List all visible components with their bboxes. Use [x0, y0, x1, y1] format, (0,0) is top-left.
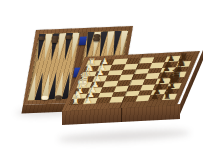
chess-piece-bp: ♟ [151, 93, 158, 101]
chess-floor-shadow [58, 128, 190, 145]
chess-square: ♜ [161, 94, 177, 100]
chess-piece-br: ♜ [164, 92, 172, 101]
light-checker [42, 95, 48, 99]
dark-checker [39, 36, 45, 40]
dark-checker [66, 35, 72, 39]
blue-felt-pad-far [78, 36, 86, 45]
chess-piece-wp: ♟ [85, 97, 92, 105]
chess-piece-wr: ♜ [71, 97, 79, 106]
dark-checker [55, 95, 61, 99]
box-fold-seam-front [121, 107, 122, 122]
chess-board: ♜♟♟♜♞♟♟♞♝♟♟♝♛♟♟♛♚♟♟♚♝♟♟♝♞♟♟♞♜♟♟♜ [62, 51, 200, 111]
product-photo-stage: ♜♟♟♜♞♟♟♞♝♟♟♝♛♟♟♛♚♟♟♚♝♟♟♝♞♟♟♞♜♟♟♜ [0, 0, 210, 164]
